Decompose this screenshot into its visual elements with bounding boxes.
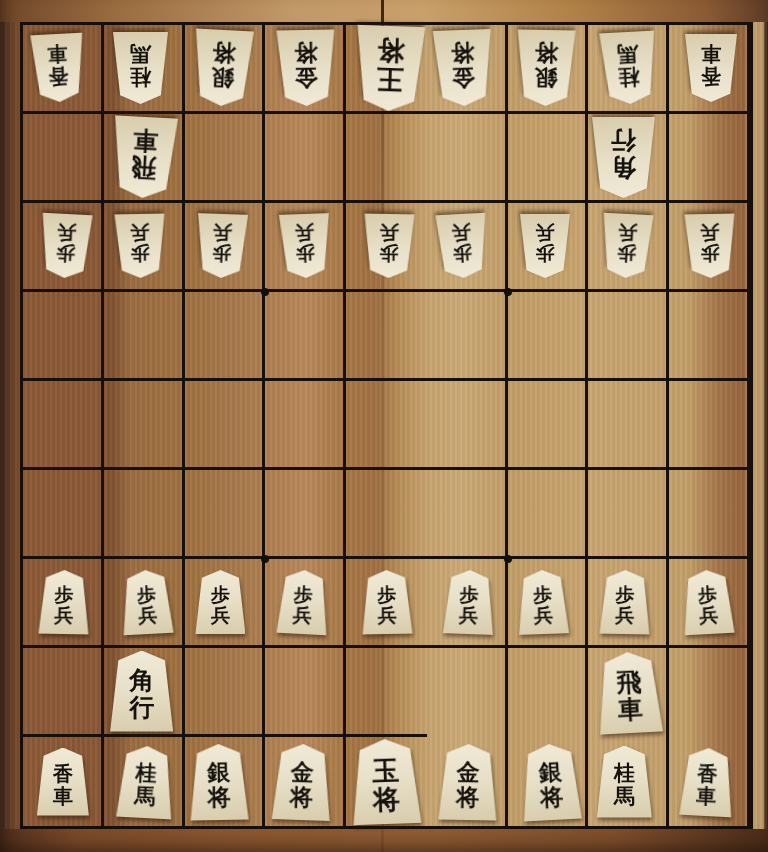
piece-rook-white-8b[interactable]: 飛車 (111, 115, 178, 199)
square-5e[interactable] (346, 381, 427, 470)
square-5i[interactable]: 玉将 (346, 737, 427, 826)
piece-kanji: 銀将 (192, 29, 254, 108)
piece-pawn-white-5c[interactable]: 歩兵 (364, 214, 415, 279)
square-7i[interactable]: 銀将 (185, 737, 266, 826)
square-4g[interactable]: 歩兵 (427, 559, 508, 648)
square-8e[interactable] (104, 381, 185, 470)
board-bottom-margin (0, 829, 768, 852)
square-6c[interactable]: 歩兵 (265, 203, 346, 292)
square-8b[interactable]: 飛車 (104, 114, 185, 203)
piece-kanji: 金将 (432, 29, 493, 107)
piece-kanji: 香車 (685, 34, 737, 102)
piece-king-black-5i[interactable]: 玉将 (351, 738, 422, 825)
piece-kanji: 歩兵 (600, 570, 651, 635)
square-7f[interactable] (185, 470, 266, 559)
square-7d[interactable] (185, 292, 266, 381)
square-2b[interactable]: 角行 (588, 114, 669, 203)
piece-silver-white-7a[interactable]: 銀将 (192, 29, 254, 108)
square-8d[interactable] (104, 292, 185, 381)
square-4h[interactable] (427, 648, 508, 737)
piece-kanji: 桂馬 (599, 31, 658, 106)
piece-gold-black-4i[interactable]: 金将 (438, 743, 497, 820)
piece-gold-white-4a[interactable]: 金将 (432, 29, 493, 107)
piece-gold-white-6a[interactable]: 金将 (277, 29, 336, 106)
square-4a[interactable]: 金将 (427, 25, 508, 114)
piece-knight-white-2a[interactable]: 桂馬 (599, 31, 658, 106)
piece-kanji: 金将 (272, 743, 333, 821)
piece-silver-black-7i[interactable]: 銀将 (190, 743, 249, 820)
piece-kanji: 角行 (110, 651, 173, 732)
piece-silver-white-3a[interactable]: 銀将 (516, 29, 575, 106)
piece-kanji: 歩兵 (277, 569, 330, 636)
piece-pawn-white-9c[interactable]: 歩兵 (39, 213, 92, 280)
piece-kanji: 銀将 (520, 742, 582, 821)
piece-pawn-white-4c[interactable]: 歩兵 (435, 213, 488, 280)
piece-kanji: 香車 (30, 33, 85, 104)
piece-lance-white-9a[interactable]: 香車 (30, 33, 85, 104)
square-5h[interactable] (346, 648, 427, 737)
piece-pawn-white-2c[interactable]: 歩兵 (601, 213, 654, 280)
piece-pawn-white-7c[interactable]: 歩兵 (196, 213, 248, 279)
square-3a[interactable]: 銀将 (508, 25, 589, 114)
square-3h[interactable] (508, 648, 589, 737)
piece-bishop-black-8h[interactable]: 角行 (110, 651, 173, 732)
square-1i[interactable]: 香車 (669, 737, 750, 826)
square-8h[interactable]: 角行 (104, 648, 185, 737)
piece-rook-black-2h[interactable]: 飛車 (596, 650, 663, 734)
piece-kanji: 歩兵 (520, 214, 570, 278)
square-2c[interactable]: 歩兵 (588, 203, 669, 292)
piece-kanji: 歩兵 (681, 569, 734, 636)
piece-pawn-white-1c[interactable]: 歩兵 (685, 214, 736, 279)
piece-kanji: 桂馬 (116, 744, 175, 819)
square-9a[interactable]: 香車 (23, 25, 104, 114)
piece-pawn-black-8g[interactable]: 歩兵 (120, 569, 173, 636)
square-4f[interactable] (427, 470, 508, 559)
piece-knight-white-8a[interactable]: 桂馬 (113, 32, 168, 104)
square-1f[interactable] (669, 470, 750, 559)
square-1c[interactable]: 歩兵 (669, 203, 750, 292)
square-1e[interactable] (669, 381, 750, 470)
piece-gold-black-6i[interactable]: 金将 (272, 743, 333, 821)
square-3c[interactable]: 歩兵 (508, 203, 589, 292)
piece-kanji: 歩兵 (364, 214, 415, 279)
shogi-board: 香車桂馬銀将金将王将金将銀将桂馬香車飛車角行歩兵歩兵歩兵歩兵歩兵歩兵歩兵歩兵歩兵… (0, 0, 768, 852)
square-8a[interactable]: 桂馬 (104, 25, 185, 114)
piece-kanji: 角行 (592, 117, 655, 198)
square-5f[interactable] (346, 470, 427, 559)
piece-kanji: 歩兵 (120, 569, 173, 636)
square-2a[interactable]: 桂馬 (588, 25, 669, 114)
square-7a[interactable]: 銀将 (185, 25, 266, 114)
square-3e[interactable] (508, 381, 589, 470)
piece-pawn-black-1g[interactable]: 歩兵 (681, 569, 734, 636)
piece-pawn-white-6c[interactable]: 歩兵 (279, 213, 331, 279)
square-3d[interactable] (508, 292, 589, 381)
piece-kanji: 歩兵 (39, 213, 92, 280)
square-1h[interactable] (669, 648, 750, 737)
square-1g[interactable]: 歩兵 (669, 559, 750, 648)
piece-kanji: 歩兵 (279, 213, 331, 279)
square-6d[interactable] (265, 292, 346, 381)
square-4d[interactable] (427, 292, 508, 381)
piece-kanji: 歩兵 (516, 569, 568, 635)
board-grid: 香車桂馬銀将金将王将金将銀将桂馬香車飛車角行歩兵歩兵歩兵歩兵歩兵歩兵歩兵歩兵歩兵… (20, 22, 753, 829)
square-9b[interactable] (23, 114, 104, 203)
piece-kanji: 銀将 (516, 29, 575, 106)
square-2f[interactable] (588, 470, 669, 559)
piece-pawn-black-2g[interactable]: 歩兵 (600, 570, 651, 635)
square-3f[interactable] (508, 470, 589, 559)
square-5c[interactable]: 歩兵 (346, 203, 427, 292)
piece-pawn-black-4g[interactable]: 歩兵 (443, 569, 495, 635)
square-1b[interactable] (669, 114, 750, 203)
square-9e[interactable] (23, 381, 104, 470)
square-2e[interactable] (588, 381, 669, 470)
square-9f[interactable] (23, 470, 104, 559)
piece-kanji: 香車 (679, 746, 734, 817)
square-6g[interactable]: 歩兵 (265, 559, 346, 648)
square-8f[interactable] (104, 470, 185, 559)
square-5a[interactable]: 王将 (346, 25, 427, 114)
piece-silver-black-3i[interactable]: 銀将 (520, 742, 582, 821)
square-2h[interactable]: 飛車 (588, 648, 669, 737)
square-6e[interactable] (265, 381, 346, 470)
piece-kanji: 歩兵 (685, 214, 736, 279)
square-6i[interactable]: 金将 (265, 737, 346, 826)
piece-kanji: 歩兵 (196, 213, 248, 279)
piece-kanji: 玉将 (351, 738, 422, 825)
square-9c[interactable]: 歩兵 (23, 203, 104, 292)
piece-kanji: 歩兵 (114, 214, 165, 279)
piece-kanji: 桂馬 (113, 32, 168, 104)
square-2d[interactable] (588, 292, 669, 381)
piece-kanji: 金将 (438, 743, 497, 820)
square-1d[interactable] (669, 292, 750, 381)
piece-kanji: 歩兵 (362, 570, 413, 635)
piece-kanji: 歩兵 (435, 213, 488, 280)
piece-lance-black-9i[interactable]: 香車 (37, 748, 89, 816)
square-2g[interactable]: 歩兵 (588, 559, 669, 648)
piece-lance-black-1i[interactable]: 香車 (679, 746, 734, 817)
piece-pawn-black-3g[interactable]: 歩兵 (516, 569, 568, 635)
square-2i[interactable]: 桂馬 (588, 737, 669, 826)
square-9d[interactable] (23, 292, 104, 381)
square-3b[interactable] (508, 114, 589, 203)
piece-pawn-white-8c[interactable]: 歩兵 (114, 214, 165, 279)
piece-knight-black-8i[interactable]: 桂馬 (116, 744, 175, 819)
piece-lance-white-1a[interactable]: 香車 (685, 34, 737, 102)
square-8g[interactable]: 歩兵 (104, 559, 185, 648)
piece-bishop-white-2b[interactable]: 角行 (592, 117, 655, 198)
square-6h[interactable] (265, 648, 346, 737)
piece-kanji: 王将 (355, 24, 426, 111)
square-9i[interactable]: 香車 (23, 737, 104, 826)
square-9h[interactable] (23, 648, 104, 737)
piece-kanji: 香車 (37, 748, 89, 816)
square-7h[interactable] (185, 648, 266, 737)
square-5d[interactable] (346, 292, 427, 381)
square-5b[interactable] (346, 114, 427, 203)
square-4e[interactable] (427, 381, 508, 470)
piece-kanji: 銀将 (190, 743, 249, 820)
square-8i[interactable]: 桂馬 (104, 737, 185, 826)
square-7c[interactable]: 歩兵 (185, 203, 266, 292)
square-4b[interactable] (427, 114, 508, 203)
square-6b[interactable] (265, 114, 346, 203)
square-1a[interactable]: 香車 (669, 25, 750, 114)
square-8c[interactable]: 歩兵 (104, 203, 185, 292)
piece-kanji: 飛車 (111, 115, 178, 199)
piece-kanji: 桂馬 (597, 746, 652, 818)
square-4c[interactable]: 歩兵 (427, 203, 508, 292)
piece-pawn-black-5g[interactable]: 歩兵 (362, 570, 413, 635)
piece-pawn-black-7g[interactable]: 歩兵 (195, 570, 245, 634)
board-top-margin (0, 0, 768, 22)
piece-kanji: 歩兵 (38, 570, 89, 635)
piece-pawn-black-9g[interactable]: 歩兵 (38, 570, 89, 635)
piece-kanji: 歩兵 (443, 569, 495, 635)
piece-kanji: 金将 (277, 29, 336, 106)
piece-pawn-black-6g[interactable]: 歩兵 (277, 569, 330, 636)
square-3i[interactable]: 銀将 (508, 737, 589, 826)
square-5g[interactable]: 歩兵 (346, 559, 427, 648)
square-7e[interactable] (185, 381, 266, 470)
square-6f[interactable] (265, 470, 346, 559)
square-3g[interactable]: 歩兵 (508, 559, 589, 648)
piece-king-white-5a[interactable]: 王将 (355, 24, 426, 111)
square-6a[interactable]: 金将 (265, 25, 346, 114)
square-7g[interactable]: 歩兵 (185, 559, 266, 648)
piece-kanji: 歩兵 (601, 213, 654, 280)
piece-kanji: 飛車 (596, 650, 663, 734)
square-7b[interactable] (185, 114, 266, 203)
square-9g[interactable]: 歩兵 (23, 559, 104, 648)
square-4i[interactable]: 金将 (427, 737, 508, 826)
piece-pawn-white-3c[interactable]: 歩兵 (520, 214, 570, 278)
piece-kanji: 歩兵 (195, 570, 245, 634)
piece-knight-black-2i[interactable]: 桂馬 (597, 746, 652, 818)
